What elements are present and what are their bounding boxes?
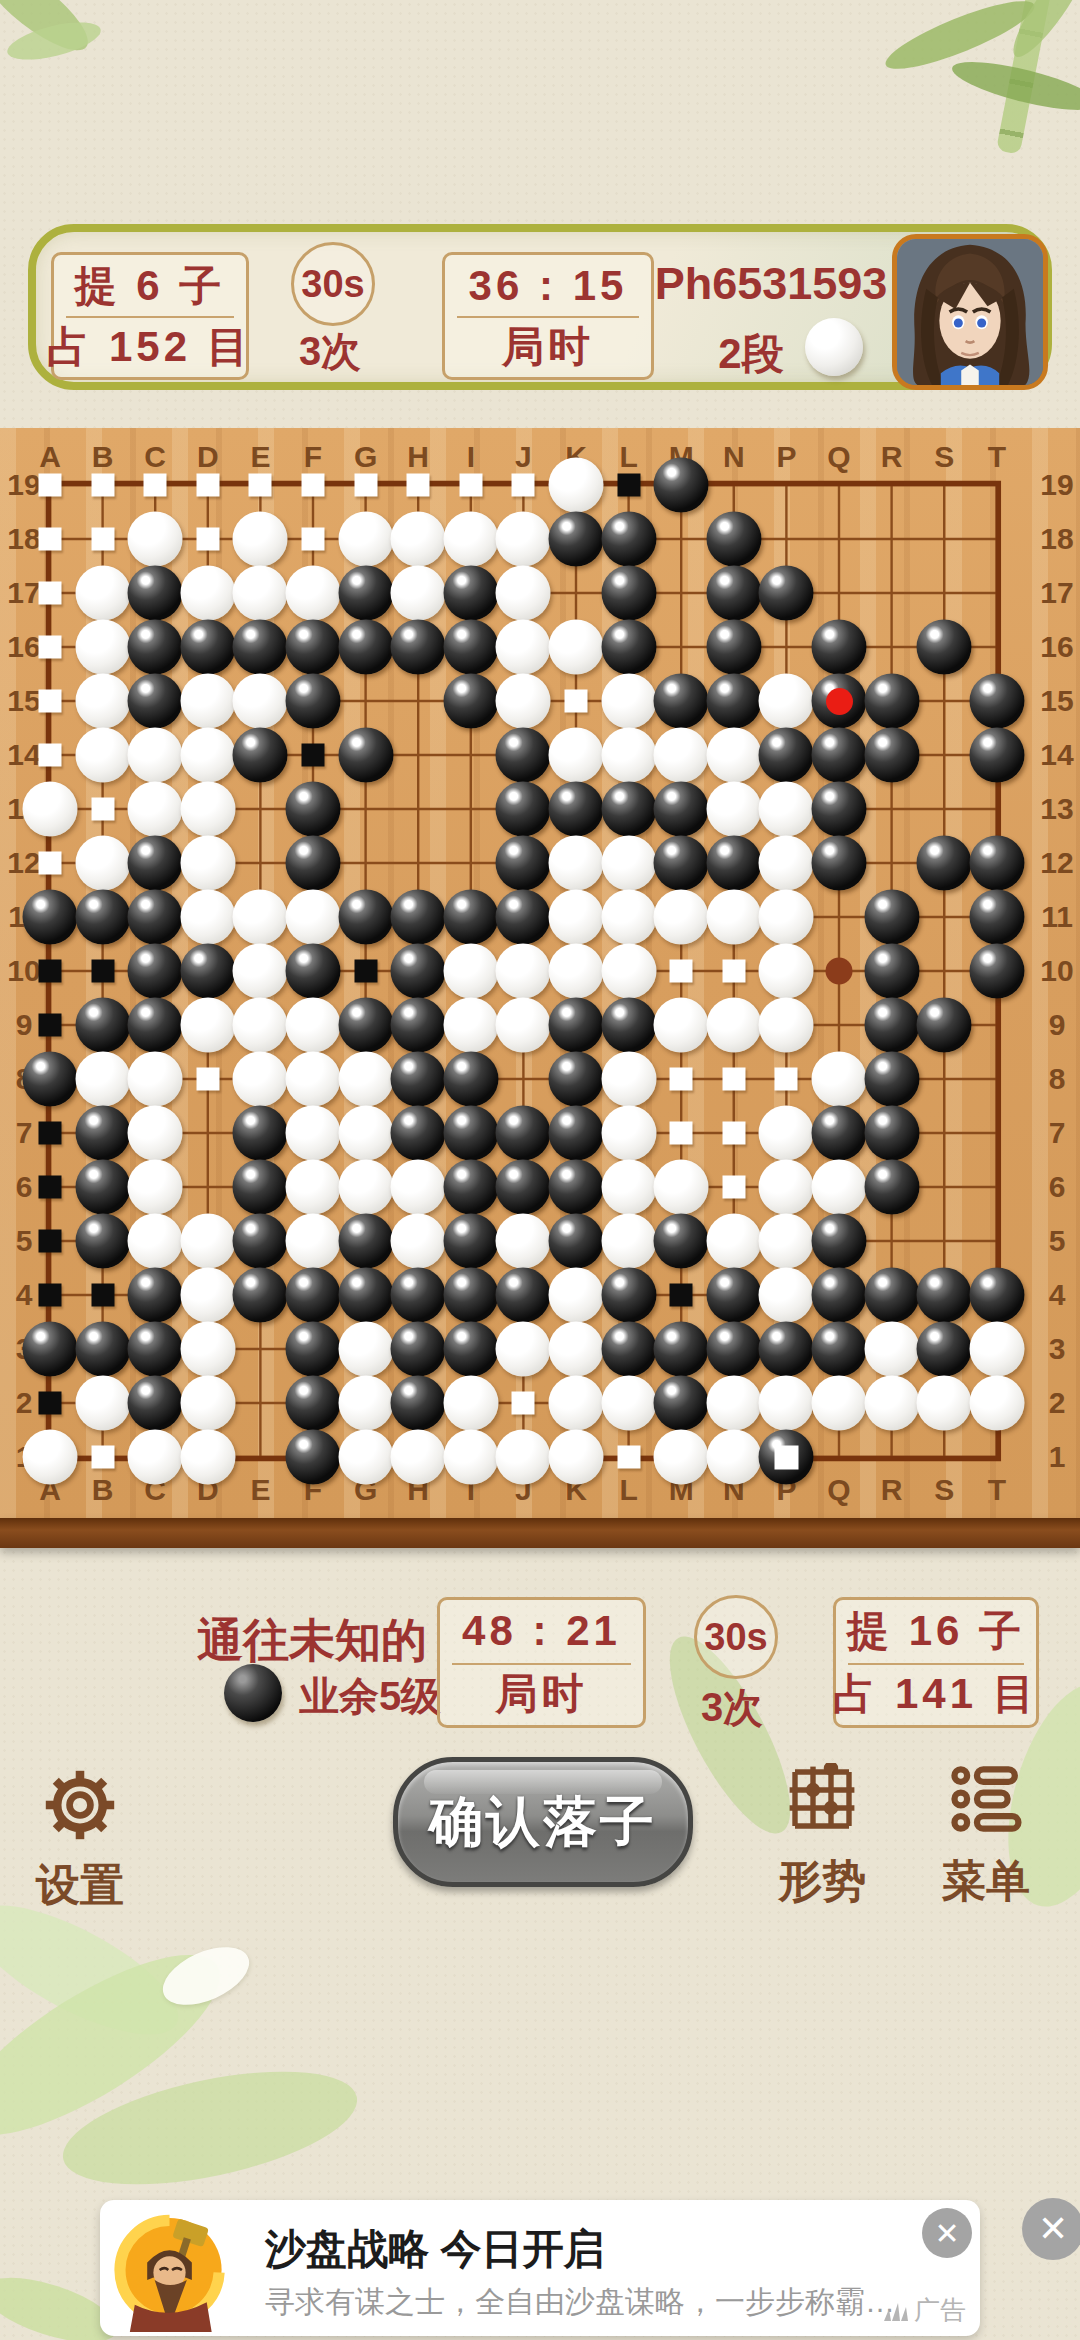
last-move-marker — [826, 688, 853, 715]
black-stone — [286, 1322, 341, 1377]
black-stone — [338, 620, 393, 675]
ad-card[interactable]: 沙盘战略 今日开启 寻求有谋之士，全自由沙盘谋略，一步步称霸… ✕ 广告 — [100, 2200, 980, 2336]
black-stone — [549, 1214, 604, 1269]
black-stone — [128, 674, 183, 729]
coord-label-left: 4 — [16, 1278, 33, 1312]
white-time-text: 36 : 15 — [445, 255, 651, 316]
white-territory-mark — [670, 960, 693, 983]
white-stone — [23, 782, 78, 837]
white-stone — [286, 1106, 341, 1161]
coord-label-left: 16 — [7, 630, 40, 664]
white-stone — [549, 1376, 604, 1431]
white-stone — [75, 566, 130, 621]
white-stone — [706, 728, 761, 783]
white-time-box: 36 : 15 局时 — [442, 252, 654, 380]
black-stone — [549, 1160, 604, 1215]
white-territory-mark — [39, 528, 62, 551]
black-territory-text: 占 141 目 — [836, 1663, 1036, 1726]
white-stone — [443, 512, 498, 567]
black-stone — [496, 728, 551, 783]
white-territory-mark — [91, 528, 114, 551]
black-stone — [338, 566, 393, 621]
white-stone — [601, 890, 656, 945]
coord-label-bottom: E — [250, 1473, 270, 1507]
black-stone — [496, 1160, 551, 1215]
white-stone — [812, 1376, 867, 1431]
white-territory-mark — [722, 1122, 745, 1145]
black-stone — [496, 1106, 551, 1161]
coord-label-top: A — [39, 440, 61, 474]
board-bottom-edge — [0, 1518, 1080, 1548]
go-board[interactable]: AABBCCDDEEFFGGHHIIJJKKLLMMNNPPQQRRSSTT19… — [0, 428, 1080, 1548]
white-stone — [601, 1160, 656, 1215]
black-byoyomi-circle: 30s — [694, 1595, 778, 1679]
coord-label-bottom: S — [934, 1473, 954, 1507]
black-stone — [706, 620, 761, 675]
black-territory-mark — [39, 960, 62, 983]
black-territory-mark — [39, 1176, 62, 1199]
black-player-name: 通往未知的 — [162, 1610, 462, 1672]
settings-button[interactable]: 设置 — [20, 1761, 140, 1901]
coord-label-right: 15 — [1040, 684, 1073, 718]
white-stone — [496, 620, 551, 675]
coord-label-left: 18 — [7, 522, 40, 556]
white-stone — [23, 1430, 78, 1485]
white-stone — [706, 1376, 761, 1431]
controls-bar: 设置 确认落子 形势 — [0, 1755, 1080, 1915]
black-territory-mark — [39, 1014, 62, 1037]
white-stone — [233, 944, 288, 999]
white-stone — [233, 674, 288, 729]
coord-label-right: 8 — [1049, 1062, 1066, 1096]
star-point — [826, 958, 853, 985]
black-stone — [601, 1322, 656, 1377]
black-territory-mark — [39, 1392, 62, 1415]
leaf-decoration — [53, 2050, 366, 2206]
petal-decoration — [154, 1935, 258, 2016]
black-stone — [391, 998, 446, 1053]
analysis-button[interactable]: 形势 — [762, 1759, 882, 1899]
white-stone — [812, 1160, 867, 1215]
white-stone — [601, 1052, 656, 1107]
white-stone — [496, 998, 551, 1053]
ad-close-button[interactable]: ✕ — [922, 2208, 972, 2258]
white-territory-mark — [39, 690, 62, 713]
black-stone — [654, 1214, 709, 1269]
bamboo-stalk-decoration — [996, 0, 1052, 155]
white-stone — [601, 836, 656, 891]
black-stone — [75, 998, 130, 1053]
coord-label-right: 7 — [1049, 1116, 1066, 1150]
white-territory-mark — [459, 474, 482, 497]
white-stone — [496, 1214, 551, 1269]
white-stone — [75, 620, 130, 675]
white-territory-mark — [670, 1068, 693, 1091]
white-stone — [75, 1052, 130, 1107]
white-territory-mark — [39, 744, 62, 767]
black-stone — [391, 944, 446, 999]
black-stone — [917, 998, 972, 1053]
white-stone — [759, 944, 814, 999]
white-stone — [549, 944, 604, 999]
coord-label-left: 14 — [7, 738, 40, 772]
black-stone — [812, 728, 867, 783]
black-stone — [443, 1160, 498, 1215]
white-stone — [706, 1214, 761, 1269]
white-territory-mark — [91, 1446, 114, 1469]
white-stone — [496, 566, 551, 621]
white-territory-mark — [407, 474, 430, 497]
white-territory-mark — [39, 474, 62, 497]
white-stone — [180, 1268, 235, 1323]
leaf-decoration — [0, 1923, 244, 2167]
white-stone — [75, 1376, 130, 1431]
white-stone — [706, 782, 761, 837]
white-stone — [759, 782, 814, 837]
white-territory-mark — [196, 1068, 219, 1091]
white-territory-mark — [39, 636, 62, 659]
white-stone — [706, 998, 761, 1053]
white-stone — [496, 674, 551, 729]
black-stone — [75, 1322, 130, 1377]
white-stone — [601, 1214, 656, 1269]
black-stone — [286, 1430, 341, 1485]
white-stone — [759, 836, 814, 891]
white-stone — [759, 890, 814, 945]
white-stone — [233, 512, 288, 567]
black-stone — [443, 1106, 498, 1161]
black-stone — [128, 944, 183, 999]
white-player-avatar[interactable] — [892, 234, 1048, 390]
confirm-move-label: 确认落子 — [429, 1786, 657, 1859]
white-stone — [338, 1052, 393, 1107]
white-stone — [180, 728, 235, 783]
white-territory-mark — [722, 1176, 745, 1199]
white-stone — [180, 782, 235, 837]
white-stone — [496, 1322, 551, 1377]
black-stone — [75, 1106, 130, 1161]
coord-label-top: S — [934, 440, 954, 474]
black-stone — [496, 1268, 551, 1323]
black-stone — [128, 890, 183, 945]
coord-label-top: G — [354, 440, 377, 474]
coord-label-top: Q — [827, 440, 850, 474]
black-stone — [23, 890, 78, 945]
black-stone — [391, 1106, 446, 1161]
ad-choices-icon — [882, 2301, 908, 2321]
white-stone — [759, 1268, 814, 1323]
white-stone — [654, 890, 709, 945]
black-territory-mark — [39, 1122, 62, 1145]
black-stone — [233, 1106, 288, 1161]
black-stone — [759, 566, 814, 621]
black-stone — [443, 1268, 498, 1323]
white-stone — [233, 566, 288, 621]
black-stone — [233, 728, 288, 783]
white-stone — [391, 512, 446, 567]
black-territory-mark — [354, 960, 377, 983]
white-territory-mark — [512, 474, 535, 497]
ad-outer-close-button[interactable]: ✕ — [1022, 2198, 1080, 2260]
white-stone — [864, 1376, 919, 1431]
black-stone — [443, 1322, 498, 1377]
white-stone — [391, 1160, 446, 1215]
black-stone — [443, 1214, 498, 1269]
black-stone — [812, 1214, 867, 1269]
black-stone — [286, 1268, 341, 1323]
black-stone — [654, 674, 709, 729]
white-stone — [180, 1322, 235, 1377]
white-stone — [233, 998, 288, 1053]
gear-icon — [42, 1767, 118, 1843]
white-stone — [391, 1430, 446, 1485]
black-stone — [601, 620, 656, 675]
white-stone — [706, 890, 761, 945]
white-stone — [286, 566, 341, 621]
black-time-label: 局时 — [440, 1663, 643, 1726]
white-stone — [180, 836, 235, 891]
white-stone — [601, 728, 656, 783]
white-stone — [338, 1322, 393, 1377]
black-stone — [706, 836, 761, 891]
white-stone — [128, 1052, 183, 1107]
settings-label: 设置 — [20, 1856, 140, 1915]
black-stone — [443, 890, 498, 945]
white-territory-mark — [196, 474, 219, 497]
white-stone — [128, 1430, 183, 1485]
black-stone — [128, 1322, 183, 1377]
white-stone — [338, 1430, 393, 1485]
white-territory-mark — [91, 798, 114, 821]
black-stone — [654, 1376, 709, 1431]
black-stone — [812, 1268, 867, 1323]
coord-label-top: T — [988, 440, 1006, 474]
black-stone — [233, 620, 288, 675]
white-stone — [75, 836, 130, 891]
black-stone — [864, 1052, 919, 1107]
coord-label-left: 19 — [7, 468, 40, 502]
white-stone — [338, 512, 393, 567]
white-stone — [759, 998, 814, 1053]
black-stone — [917, 1322, 972, 1377]
black-stone — [391, 890, 446, 945]
black-time-text: 48 : 21 — [440, 1600, 643, 1663]
white-byoyomi-circle: 30s — [291, 242, 375, 326]
ad-banner: 沙盘战略 今日开启 寻求有谋之士，全自由沙盘谋略，一步步称霸… ✕ 广告 ✕ — [0, 2200, 1080, 2340]
black-stone — [391, 1322, 446, 1377]
white-stone — [391, 566, 446, 621]
coord-label-left: 12 — [7, 846, 40, 880]
black-periods-text: 3次 — [672, 1680, 792, 1735]
white-stone — [969, 1322, 1024, 1377]
white-territory-mark — [39, 852, 62, 875]
black-stone — [286, 620, 341, 675]
black-territory-mark — [39, 1284, 62, 1307]
black-stone — [864, 1268, 919, 1323]
white-stone — [180, 998, 235, 1053]
white-stone — [443, 1376, 498, 1431]
close-icon: ✕ — [934, 2216, 959, 2251]
black-stone — [233, 1268, 288, 1323]
coord-label-bottom: T — [988, 1473, 1006, 1507]
black-stone — [549, 782, 604, 837]
white-captures-box: 提 6 子 占 152 目 — [51, 252, 249, 380]
bamboo-leaf-decoration — [0, 0, 99, 64]
coord-label-top: H — [407, 440, 429, 474]
white-stone — [128, 1160, 183, 1215]
black-stone — [969, 728, 1024, 783]
black-stone — [75, 1214, 130, 1269]
black-stone — [969, 944, 1024, 999]
black-stone — [601, 782, 656, 837]
white-stone — [233, 890, 288, 945]
white-stone — [917, 1376, 972, 1431]
position-analysis-icon — [786, 1763, 858, 1835]
coord-label-right: 9 — [1049, 1008, 1066, 1042]
white-stone — [286, 998, 341, 1053]
white-stone — [180, 1430, 235, 1485]
black-stone — [812, 836, 867, 891]
white-stone — [759, 1376, 814, 1431]
white-square-marker — [774, 1445, 798, 1469]
coord-label-right: 6 — [1049, 1170, 1066, 1204]
black-stone — [338, 728, 393, 783]
white-stone — [128, 782, 183, 837]
white-territory-mark — [565, 690, 588, 713]
coord-label-top: D — [197, 440, 219, 474]
black-stone — [759, 1322, 814, 1377]
white-stone — [286, 890, 341, 945]
black-stone — [601, 512, 656, 567]
black-stone — [496, 782, 551, 837]
black-stone — [969, 890, 1024, 945]
black-captures-text: 提 16 子 — [836, 1600, 1036, 1663]
black-stone — [601, 998, 656, 1053]
black-stone — [864, 1106, 919, 1161]
white-stone — [338, 1160, 393, 1215]
coord-label-top: R — [881, 440, 903, 474]
coord-label-left: 10 — [7, 954, 40, 988]
black-stone — [864, 728, 919, 783]
white-territory-mark — [302, 528, 325, 551]
black-stone — [864, 1160, 919, 1215]
coord-label-top: E — [250, 440, 270, 474]
white-territory-mark — [39, 582, 62, 605]
white-stone — [654, 998, 709, 1053]
coord-label-left: 5 — [16, 1224, 33, 1258]
black-stone — [391, 620, 446, 675]
black-stone — [180, 620, 235, 675]
black-stone — [654, 836, 709, 891]
black-stone — [917, 1268, 972, 1323]
black-stone — [917, 620, 972, 675]
ad-title: 沙盘战略 今日开启 — [265, 2222, 604, 2277]
last-move-black-stone — [812, 674, 867, 729]
white-captures-text: 提 6 子 — [54, 255, 246, 316]
black-stone — [286, 674, 341, 729]
coord-label-left: 7 — [16, 1116, 33, 1150]
black-stone — [654, 782, 709, 837]
coord-label-top: I — [467, 440, 475, 474]
coord-label-bottom: R — [881, 1473, 903, 1507]
black-stone — [180, 944, 235, 999]
black-byoyomi-text: 30s — [704, 1616, 767, 1659]
white-stone — [549, 1268, 604, 1323]
black-stone — [233, 1214, 288, 1269]
white-stone — [864, 1322, 919, 1377]
black-stone — [864, 944, 919, 999]
white-stone — [75, 728, 130, 783]
black-territory-mark — [302, 744, 325, 767]
black-stone — [549, 1052, 604, 1107]
coord-label-top: J — [515, 440, 532, 474]
white-territory-mark — [775, 1068, 798, 1091]
black-stone — [338, 1268, 393, 1323]
black-stone — [601, 566, 656, 621]
white-territory-mark — [670, 1122, 693, 1145]
black-captures-box: 提 16 子 占 141 目 — [833, 1597, 1039, 1728]
black-stone — [75, 1160, 130, 1215]
black-stone — [128, 998, 183, 1053]
white-stone — [233, 1052, 288, 1107]
black-stone — [496, 890, 551, 945]
white-stone — [496, 512, 551, 567]
white-periods-text: 3次 — [270, 324, 390, 379]
black-stone — [286, 1376, 341, 1431]
white-stone — [549, 728, 604, 783]
coord-label-top: F — [304, 440, 322, 474]
black-territory-mark — [39, 1230, 62, 1253]
white-stone — [969, 1376, 1024, 1431]
white-stone — [180, 1376, 235, 1431]
white-stone — [654, 1160, 709, 1215]
white-territory-mark — [196, 528, 219, 551]
black-stone — [917, 836, 972, 891]
black-stone — [338, 1214, 393, 1269]
white-stone — [180, 890, 235, 945]
white-territory-mark — [512, 1392, 535, 1415]
ad-label: 广告 — [882, 2293, 966, 2328]
white-stone — [286, 1160, 341, 1215]
confirm-move-button[interactable]: 确认落子 — [393, 1757, 693, 1887]
black-stone — [549, 998, 604, 1053]
black-stone — [443, 566, 498, 621]
black-stone — [706, 1268, 761, 1323]
white-stone — [180, 674, 235, 729]
black-stone — [654, 458, 709, 513]
black-stone — [443, 674, 498, 729]
coord-label-top: C — [144, 440, 166, 474]
black-stone — [812, 1322, 867, 1377]
coord-label-left: 15 — [7, 684, 40, 718]
coord-label-right: 11 — [1041, 900, 1073, 934]
white-stone — [759, 674, 814, 729]
white-territory-mark — [144, 474, 167, 497]
coord-label-right: 12 — [1040, 846, 1073, 880]
black-stone — [23, 1322, 78, 1377]
white-color-stone-icon — [805, 318, 863, 376]
coord-label-right: 4 — [1049, 1278, 1066, 1312]
menu-button[interactable]: 菜单 — [926, 1759, 1046, 1899]
black-stone — [286, 944, 341, 999]
white-stone — [128, 1214, 183, 1269]
white-territory-mark — [354, 474, 377, 497]
black-stone — [812, 1106, 867, 1161]
coord-label-bottom: B — [92, 1473, 114, 1507]
black-stone — [864, 998, 919, 1053]
black-stone — [864, 890, 919, 945]
white-stone — [601, 674, 656, 729]
